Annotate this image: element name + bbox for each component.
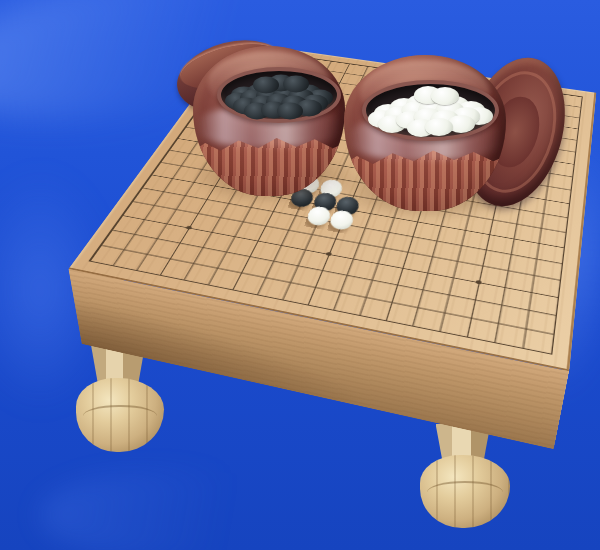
bowl-opening <box>217 67 341 123</box>
star-point <box>475 280 482 285</box>
bowl-stone <box>283 75 309 92</box>
star-point <box>185 226 192 230</box>
bowl-stone <box>425 118 453 136</box>
bowl-opening <box>362 80 500 141</box>
bowl-stone <box>253 76 279 93</box>
go-set-photo <box>0 0 600 550</box>
black-stone-bowl <box>193 46 345 196</box>
bowl-stone <box>277 102 303 119</box>
star-point <box>325 252 332 257</box>
white-stone-bowl <box>344 55 506 211</box>
white-stones-heap <box>370 87 492 135</box>
bowl-stone <box>431 87 459 105</box>
black-stones-heap <box>225 73 334 116</box>
